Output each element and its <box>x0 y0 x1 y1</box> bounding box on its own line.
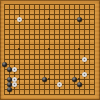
star-point <box>48 18 50 20</box>
white-stone[interactable] <box>82 57 87 62</box>
go-board[interactable] <box>0 0 100 100</box>
black-stone[interactable] <box>42 77 47 82</box>
black-stone[interactable] <box>7 87 12 92</box>
star-point <box>18 78 20 80</box>
white-stone[interactable] <box>82 72 87 77</box>
white-stone[interactable] <box>57 82 62 87</box>
white-stone[interactable] <box>12 77 17 82</box>
star-point <box>48 48 50 50</box>
white-stone[interactable] <box>12 67 17 72</box>
star-point <box>18 48 20 50</box>
star-point <box>78 48 80 50</box>
black-stone[interactable] <box>77 82 82 87</box>
black-stone[interactable] <box>7 67 12 72</box>
black-stone[interactable] <box>7 77 12 82</box>
star-point <box>48 78 50 80</box>
black-stone[interactable] <box>72 77 77 82</box>
black-stone[interactable] <box>77 17 82 22</box>
black-stone[interactable] <box>2 62 7 67</box>
white-stone[interactable] <box>17 17 22 22</box>
star-point <box>78 78 80 80</box>
black-stone[interactable] <box>7 82 12 87</box>
white-stone[interactable] <box>12 82 17 87</box>
